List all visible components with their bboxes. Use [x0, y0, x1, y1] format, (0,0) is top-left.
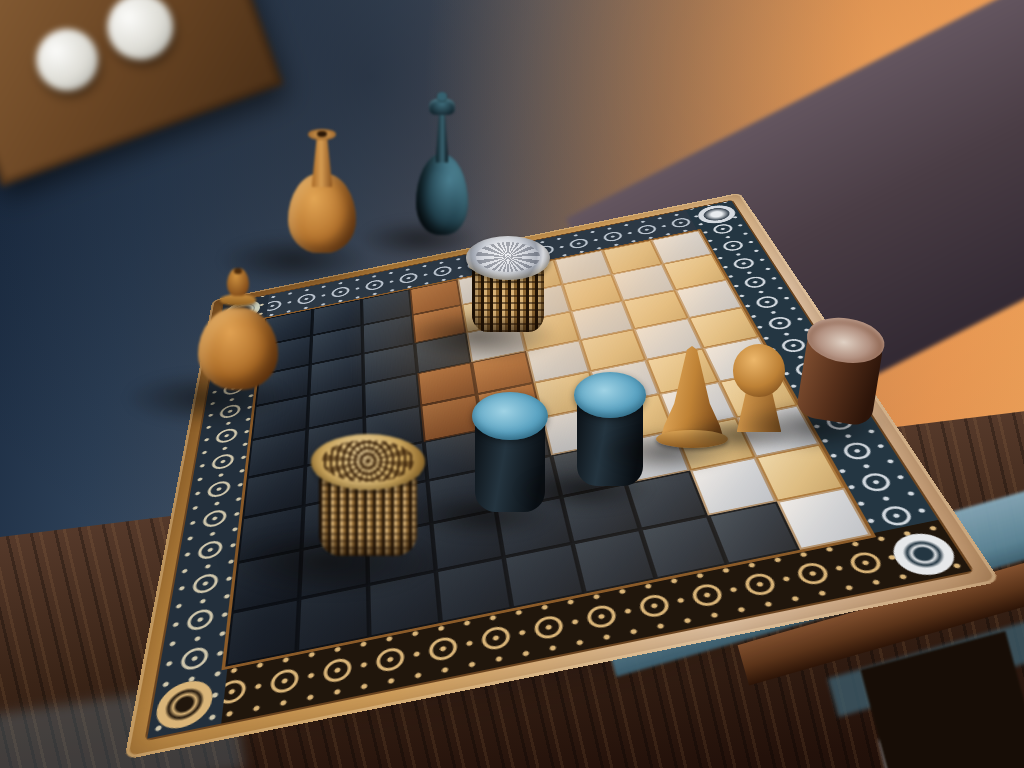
piece-tan-bottle[interactable]: [282, 126, 362, 256]
piece-dark-king-neck: [436, 111, 449, 163]
piece-tan-bottle-neck: [312, 135, 333, 187]
piece-dark-king-crowntop: [437, 92, 447, 101]
piece-brown-cylinder[interactable]: [792, 312, 889, 428]
photo-scene: [0, 0, 1024, 768]
piece-tan-knob-pawn-head: [733, 344, 785, 397]
piece-carved-drum-silver[interactable]: [466, 236, 550, 332]
piece-tan-pear-bulb: [198, 307, 279, 390]
piece-black-cylinder-teal-2-topt: [574, 372, 646, 418]
piece-tan-pear-tipdot: [234, 268, 241, 275]
pieces-layer: [0, 0, 1024, 768]
piece-carved-drum[interactable]: [311, 434, 425, 556]
piece-black-cylinder-teal-1-topt: [472, 392, 548, 440]
piece-dark-king[interactable]: [410, 92, 474, 236]
piece-dark-king-body: [416, 154, 467, 235]
piece-carved-drum-carve: [322, 440, 413, 481]
piece-tan-bottle-hole: [317, 131, 327, 137]
piece-tan-pear[interactable]: [194, 264, 282, 394]
